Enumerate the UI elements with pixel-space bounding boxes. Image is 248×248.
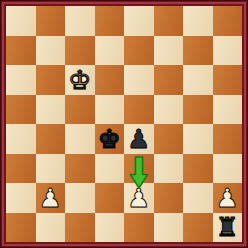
square-e5[interactable] [124, 95, 154, 125]
square-b3[interactable] [36, 154, 66, 184]
square-a6[interactable] [6, 65, 36, 95]
square-g6[interactable] [183, 65, 213, 95]
square-a8[interactable] [6, 6, 36, 36]
square-f4[interactable] [154, 124, 184, 154]
square-a7[interactable] [6, 36, 36, 66]
square-d6[interactable] [95, 65, 125, 95]
square-f3[interactable] [154, 154, 184, 184]
square-d8[interactable] [95, 6, 125, 36]
white-pawn-h2[interactable]: ♟ [213, 183, 243, 213]
square-e4[interactable]: ♟ [124, 124, 154, 154]
square-d5[interactable] [95, 95, 125, 125]
square-d3[interactable] [95, 154, 125, 184]
square-c6[interactable]: ♚ [65, 65, 95, 95]
square-a2[interactable] [6, 183, 36, 213]
square-c1[interactable] [65, 213, 95, 243]
square-b5[interactable] [36, 95, 66, 125]
square-h6[interactable] [213, 65, 243, 95]
square-d1[interactable] [95, 213, 125, 243]
square-g5[interactable] [183, 95, 213, 125]
black-rook-h1[interactable]: ♜ [213, 213, 243, 243]
square-h8[interactable] [213, 6, 243, 36]
chess-board: ♚♚♟♟♟♟♜ [6, 6, 242, 242]
square-f8[interactable] [154, 6, 184, 36]
square-e7[interactable] [124, 36, 154, 66]
square-h3[interactable] [213, 154, 243, 184]
white-pawn-b2[interactable]: ♟ [36, 183, 66, 213]
square-d4[interactable]: ♚ [95, 124, 125, 154]
square-h4[interactable] [213, 124, 243, 154]
square-b2[interactable]: ♟ [36, 183, 66, 213]
square-e6[interactable] [124, 65, 154, 95]
square-b1[interactable] [36, 213, 66, 243]
square-e3[interactable] [124, 154, 154, 184]
square-e2[interactable]: ♟ [124, 183, 154, 213]
square-c3[interactable] [65, 154, 95, 184]
white-king-c6[interactable]: ♚ [65, 65, 95, 95]
square-c4[interactable] [65, 124, 95, 154]
square-g1[interactable] [183, 213, 213, 243]
square-c5[interactable] [65, 95, 95, 125]
square-c8[interactable] [65, 6, 95, 36]
square-a5[interactable] [6, 95, 36, 125]
square-g7[interactable] [183, 36, 213, 66]
square-h5[interactable] [213, 95, 243, 125]
square-c7[interactable] [65, 36, 95, 66]
square-e8[interactable] [124, 6, 154, 36]
square-b6[interactable] [36, 65, 66, 95]
square-f5[interactable] [154, 95, 184, 125]
square-f7[interactable] [154, 36, 184, 66]
square-d7[interactable] [95, 36, 125, 66]
square-g4[interactable] [183, 124, 213, 154]
square-c2[interactable] [65, 183, 95, 213]
square-a3[interactable] [6, 154, 36, 184]
square-b8[interactable] [36, 6, 66, 36]
square-g8[interactable] [183, 6, 213, 36]
square-g2[interactable] [183, 183, 213, 213]
square-g3[interactable] [183, 154, 213, 184]
square-h2[interactable]: ♟ [213, 183, 243, 213]
black-pawn-e4[interactable]: ♟ [124, 124, 154, 154]
white-pawn-e2[interactable]: ♟ [124, 183, 154, 213]
square-f6[interactable] [154, 65, 184, 95]
square-h7[interactable] [213, 36, 243, 66]
square-b4[interactable] [36, 124, 66, 154]
square-f1[interactable] [154, 213, 184, 243]
square-a4[interactable] [6, 124, 36, 154]
square-d2[interactable] [95, 183, 125, 213]
square-a1[interactable] [6, 213, 36, 243]
square-b7[interactable] [36, 36, 66, 66]
square-f2[interactable] [154, 183, 184, 213]
square-h1[interactable]: ♜ [213, 213, 243, 243]
square-e1[interactable] [124, 213, 154, 243]
black-king-d4[interactable]: ♚ [95, 124, 125, 154]
chess-board-frame: ♚♚♟♟♟♟♜ [0, 0, 248, 248]
